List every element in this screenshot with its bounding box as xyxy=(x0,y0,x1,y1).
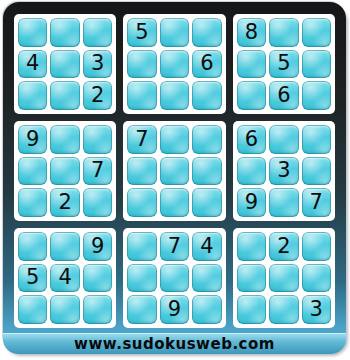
cell-r1c8[interactable] xyxy=(269,18,298,47)
cell-r5c2[interactable] xyxy=(50,157,79,186)
cell-r2c3[interactable]: 3 xyxy=(83,50,112,79)
cell-r4c1[interactable]: 9 xyxy=(18,125,47,154)
cell-r9c1[interactable] xyxy=(18,295,47,324)
cell-r1c3[interactable] xyxy=(83,18,112,47)
cell-r1c4[interactable]: 5 xyxy=(127,18,156,47)
box-1-3: 856 xyxy=(233,14,335,114)
cell-r8c8[interactable] xyxy=(269,264,298,293)
sudoku-grid: 432568569727639795474923 xyxy=(14,14,335,328)
cell-r7c3[interactable]: 9 xyxy=(83,232,112,261)
cell-r1c6[interactable] xyxy=(192,18,221,47)
cell-r8c6[interactable] xyxy=(192,264,221,293)
cell-r8c9[interactable] xyxy=(302,264,331,293)
cell-r2c9[interactable] xyxy=(302,50,331,79)
cell-r2c2[interactable] xyxy=(50,50,79,79)
cell-r2c5[interactable] xyxy=(160,50,189,79)
website-url: www.sudokusweb.com xyxy=(74,335,275,353)
cell-r2c4[interactable] xyxy=(127,50,156,79)
cell-r6c7[interactable]: 9 xyxy=(237,188,266,217)
cell-r9c6[interactable] xyxy=(192,295,221,324)
cell-r3c5[interactable] xyxy=(160,81,189,110)
cell-r8c7[interactable] xyxy=(237,264,266,293)
cell-r9c5[interactable]: 9 xyxy=(160,295,189,324)
cell-r5c4[interactable] xyxy=(127,157,156,186)
cell-r3c3[interactable]: 2 xyxy=(83,81,112,110)
cell-r7c5[interactable]: 7 xyxy=(160,232,189,261)
cell-r2c1[interactable]: 4 xyxy=(18,50,47,79)
box-3-2: 749 xyxy=(123,228,225,328)
box-1-1: 432 xyxy=(14,14,116,114)
cell-r6c5[interactable] xyxy=(160,188,189,217)
cell-r2c6[interactable]: 6 xyxy=(192,50,221,79)
cell-r6c6[interactable] xyxy=(192,188,221,217)
cell-r6c8[interactable] xyxy=(269,188,298,217)
cell-r6c1[interactable] xyxy=(18,188,47,217)
cell-r5c7[interactable] xyxy=(237,157,266,186)
cell-r9c2[interactable] xyxy=(50,295,79,324)
footer-band: www.sudokusweb.com xyxy=(3,333,346,354)
cell-r8c3[interactable] xyxy=(83,264,112,293)
cell-r1c1[interactable] xyxy=(18,18,47,47)
cell-r8c4[interactable] xyxy=(127,264,156,293)
cell-r4c7[interactable]: 6 xyxy=(237,125,266,154)
cell-r6c2[interactable]: 2 xyxy=(50,188,79,217)
cell-r8c5[interactable] xyxy=(160,264,189,293)
cell-r8c2[interactable]: 4 xyxy=(50,264,79,293)
cell-r7c8[interactable]: 2 xyxy=(269,232,298,261)
cell-r4c4[interactable]: 7 xyxy=(127,125,156,154)
box-2-1: 972 xyxy=(14,121,116,221)
sudoku-board-frame: 432568569727639795474923 www.sudokusweb.… xyxy=(3,2,346,352)
cell-r2c7[interactable] xyxy=(237,50,266,79)
cell-r3c2[interactable] xyxy=(50,81,79,110)
cell-r7c9[interactable] xyxy=(302,232,331,261)
cell-r9c4[interactable] xyxy=(127,295,156,324)
cell-r5c5[interactable] xyxy=(160,157,189,186)
cell-r5c8[interactable]: 3 xyxy=(269,157,298,186)
cell-r3c7[interactable] xyxy=(237,81,266,110)
cell-r1c7[interactable]: 8 xyxy=(237,18,266,47)
cell-r7c7[interactable] xyxy=(237,232,266,261)
cell-r4c8[interactable] xyxy=(269,125,298,154)
cell-r7c1[interactable] xyxy=(18,232,47,261)
cell-r6c3[interactable] xyxy=(83,188,112,217)
box-1-2: 56 xyxy=(123,14,225,114)
box-2-2: 7 xyxy=(123,121,225,221)
cell-r7c2[interactable] xyxy=(50,232,79,261)
cell-r1c9[interactable] xyxy=(302,18,331,47)
cell-r8c1[interactable]: 5 xyxy=(18,264,47,293)
box-3-3: 23 xyxy=(233,228,335,328)
cell-r9c7[interactable] xyxy=(237,295,266,324)
cell-r7c4[interactable] xyxy=(127,232,156,261)
box-3-1: 954 xyxy=(14,228,116,328)
cell-r4c9[interactable] xyxy=(302,125,331,154)
cell-r1c5[interactable] xyxy=(160,18,189,47)
cell-r4c5[interactable] xyxy=(160,125,189,154)
cell-r4c2[interactable] xyxy=(50,125,79,154)
cell-r2c8[interactable]: 5 xyxy=(269,50,298,79)
cell-r7c6[interactable]: 4 xyxy=(192,232,221,261)
box-2-3: 6397 xyxy=(233,121,335,221)
cell-r6c4[interactable] xyxy=(127,188,156,217)
cell-r3c1[interactable] xyxy=(18,81,47,110)
cell-r3c8[interactable]: 6 xyxy=(269,81,298,110)
cell-r9c3[interactable] xyxy=(83,295,112,324)
cell-r9c9[interactable]: 3 xyxy=(302,295,331,324)
cell-r5c3[interactable]: 7 xyxy=(83,157,112,186)
cell-r4c3[interactable] xyxy=(83,125,112,154)
cell-r3c6[interactable] xyxy=(192,81,221,110)
cell-r1c2[interactable] xyxy=(50,18,79,47)
cell-r6c9[interactable]: 7 xyxy=(302,188,331,217)
cell-r5c9[interactable] xyxy=(302,157,331,186)
cell-r9c8[interactable] xyxy=(269,295,298,324)
cell-r4c6[interactable] xyxy=(192,125,221,154)
cell-r5c6[interactable] xyxy=(192,157,221,186)
cell-r3c4[interactable] xyxy=(127,81,156,110)
cell-r5c1[interactable] xyxy=(18,157,47,186)
cell-r3c9[interactable] xyxy=(302,81,331,110)
